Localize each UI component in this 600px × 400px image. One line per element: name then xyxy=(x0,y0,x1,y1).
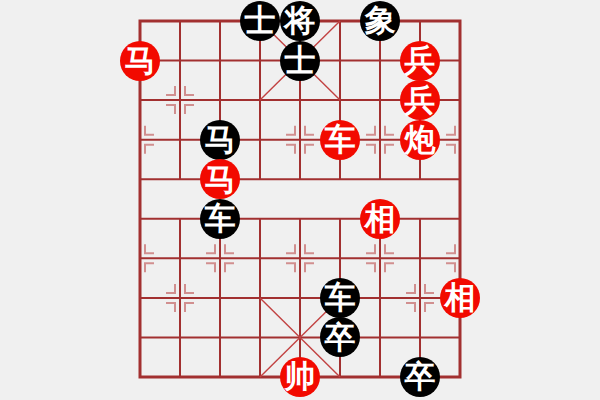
black-advisor[interactable]: 士 xyxy=(240,1,280,41)
board-point-c9r5[interactable] xyxy=(440,159,480,199)
board-point-c4r4[interactable] xyxy=(240,120,280,160)
board-point-c7r6[interactable]: 相 xyxy=(360,199,400,239)
red-chariot[interactable]: 车 xyxy=(320,120,360,160)
board-point-c8r7[interactable] xyxy=(400,238,440,278)
board-point-c6r7[interactable] xyxy=(320,238,360,278)
board-point-c1r3[interactable] xyxy=(120,80,160,120)
board-point-c5r8[interactable] xyxy=(280,278,320,318)
red-horse[interactable]: 马 xyxy=(200,159,240,199)
board-point-c4r9[interactable] xyxy=(240,318,280,358)
board-point-c7r5[interactable] xyxy=(360,159,400,199)
board-point-c9r3[interactable] xyxy=(440,80,480,120)
board-point-c4r5[interactable] xyxy=(240,159,280,199)
board-point-c9r1[interactable] xyxy=(440,1,480,41)
board-point-c9r9[interactable] xyxy=(440,318,480,358)
board-point-c8r6[interactable] xyxy=(400,199,440,239)
board-point-c8r8[interactable] xyxy=(400,278,440,318)
board-point-c7r8[interactable] xyxy=(360,278,400,318)
board-point-c4r7[interactable] xyxy=(240,238,280,278)
red-horse[interactable]: 马 xyxy=(120,41,160,81)
board-point-c2r9[interactable] xyxy=(160,318,200,358)
board-point-c7r3[interactable] xyxy=(360,80,400,120)
board-point-c7r1[interactable]: 象 xyxy=(360,1,400,41)
board-point-c2r8[interactable] xyxy=(160,278,200,318)
board-point-c1r4[interactable] xyxy=(120,120,160,160)
board-point-c2r3[interactable] xyxy=(160,80,200,120)
board-grid: 士将象马士兵兵马车炮马车相车相卒帅卒 xyxy=(120,1,480,396)
board-point-c6r8[interactable]: 车 xyxy=(320,278,360,318)
board-point-c1r5[interactable] xyxy=(120,159,160,199)
board-point-c7r2[interactable] xyxy=(360,41,400,81)
board-point-c8r3[interactable]: 兵 xyxy=(400,80,440,120)
board-point-c6r6[interactable] xyxy=(320,199,360,239)
board-point-c2r6[interactable] xyxy=(160,199,200,239)
board-point-c8r9[interactable] xyxy=(400,318,440,358)
black-soldier[interactable]: 卒 xyxy=(320,317,360,357)
board-point-c8r10[interactable]: 卒 xyxy=(400,357,440,397)
board-point-c4r2[interactable] xyxy=(240,41,280,81)
board-point-c4r10[interactable] xyxy=(240,357,280,397)
board-point-c5r3[interactable] xyxy=(280,80,320,120)
board-point-c3r4[interactable]: 马 xyxy=(200,120,240,160)
board-point-c4r1[interactable]: 士 xyxy=(240,1,280,41)
board-point-c5r2[interactable]: 士 xyxy=(280,41,320,81)
board-point-c3r1[interactable] xyxy=(200,1,240,41)
black-elephant[interactable]: 象 xyxy=(360,1,400,41)
board-point-c6r3[interactable] xyxy=(320,80,360,120)
board-point-c1r9[interactable] xyxy=(120,318,160,358)
board-point-c5r6[interactable] xyxy=(280,199,320,239)
red-cannon[interactable]: 炮 xyxy=(400,120,440,160)
board-point-c7r10[interactable] xyxy=(360,357,400,397)
board-point-c2r4[interactable] xyxy=(160,120,200,160)
board-point-c9r7[interactable] xyxy=(440,238,480,278)
board-point-c5r4[interactable] xyxy=(280,120,320,160)
board-point-c1r10[interactable] xyxy=(120,357,160,397)
board-point-c3r10[interactable] xyxy=(200,357,240,397)
board-point-c9r8[interactable]: 相 xyxy=(440,278,480,318)
board-point-c6r9[interactable]: 卒 xyxy=(320,318,360,358)
board-point-c6r4[interactable]: 车 xyxy=(320,120,360,160)
board-point-c3r6[interactable]: 车 xyxy=(200,199,240,239)
black-general[interactable]: 将 xyxy=(280,1,320,41)
black-chariot[interactable]: 车 xyxy=(320,278,360,318)
board-point-c9r10[interactable] xyxy=(440,357,480,397)
black-advisor[interactable]: 士 xyxy=(280,41,320,81)
red-elephant[interactable]: 相 xyxy=(360,199,400,239)
board-point-c8r4[interactable]: 炮 xyxy=(400,120,440,160)
board-point-c3r8[interactable] xyxy=(200,278,240,318)
board-point-c4r8[interactable] xyxy=(240,278,280,318)
board-point-c2r10[interactable] xyxy=(160,357,200,397)
board-point-c5r9[interactable] xyxy=(280,318,320,358)
board-point-c5r7[interactable] xyxy=(280,238,320,278)
board-point-c7r9[interactable] xyxy=(360,318,400,358)
board-point-c1r6[interactable] xyxy=(120,199,160,239)
board-point-c6r2[interactable] xyxy=(320,41,360,81)
board-point-c3r2[interactable] xyxy=(200,41,240,81)
board-point-c7r7[interactable] xyxy=(360,238,400,278)
board-point-c6r10[interactable] xyxy=(320,357,360,397)
red-elephant[interactable]: 相 xyxy=(440,278,480,318)
black-soldier[interactable]: 卒 xyxy=(400,357,440,397)
board-point-c8r2[interactable]: 兵 xyxy=(400,41,440,81)
board-point-c2r5[interactable] xyxy=(160,159,200,199)
board-point-c3r5[interactable]: 马 xyxy=(200,159,240,199)
board-point-c5r10[interactable]: 帅 xyxy=(280,357,320,397)
board-point-c5r5[interactable] xyxy=(280,159,320,199)
board-point-c7r4[interactable] xyxy=(360,120,400,160)
red-soldier[interactable]: 兵 xyxy=(400,41,440,81)
board-point-c1r1[interactable] xyxy=(120,1,160,41)
board-point-c3r7[interactable] xyxy=(200,238,240,278)
board-point-c6r1[interactable] xyxy=(320,1,360,41)
board-point-c8r5[interactable] xyxy=(400,159,440,199)
board-point-c2r7[interactable] xyxy=(160,238,200,278)
xiangqi-board: 士将象马士兵兵马车炮马车相车相卒帅卒 xyxy=(0,0,600,400)
board-point-c2r2[interactable] xyxy=(160,41,200,81)
red-soldier[interactable]: 兵 xyxy=(400,80,440,120)
board-point-c9r4[interactable] xyxy=(440,120,480,160)
board-point-c3r3[interactable] xyxy=(200,80,240,120)
black-chariot[interactable]: 车 xyxy=(200,199,240,239)
board-point-c5r1[interactable]: 将 xyxy=(280,1,320,41)
red-general[interactable]: 帅 xyxy=(280,357,320,397)
board-point-c3r9[interactable] xyxy=(200,318,240,358)
board-point-c9r6[interactable] xyxy=(440,199,480,239)
black-horse[interactable]: 马 xyxy=(200,120,240,160)
board-point-c6r5[interactable] xyxy=(320,159,360,199)
board-point-c4r6[interactable] xyxy=(240,199,280,239)
board-point-c8r1[interactable] xyxy=(400,1,440,41)
board-point-c4r3[interactable] xyxy=(240,80,280,120)
board-point-c1r8[interactable] xyxy=(120,278,160,318)
board-point-c1r7[interactable] xyxy=(120,238,160,278)
board-point-c1r2[interactable]: 马 xyxy=(120,41,160,81)
board-point-c9r2[interactable] xyxy=(440,41,480,81)
board-point-c2r1[interactable] xyxy=(160,1,200,41)
